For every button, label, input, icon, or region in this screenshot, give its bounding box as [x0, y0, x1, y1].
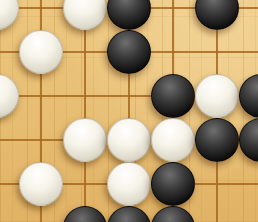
black-stone[interactable] [107, 206, 151, 222]
black-stone[interactable] [239, 74, 258, 118]
white-stone[interactable] [0, 0, 19, 30]
white-stone[interactable] [63, 0, 107, 30]
white-stone[interactable] [107, 162, 151, 206]
black-stone[interactable] [151, 74, 195, 118]
white-stone[interactable] [63, 118, 107, 162]
go-board[interactable] [0, 0, 258, 222]
stones-layer [0, 0, 258, 222]
black-stone[interactable] [239, 118, 258, 162]
black-stone[interactable] [63, 206, 107, 222]
black-stone[interactable] [107, 30, 151, 74]
black-stone[interactable] [107, 0, 151, 30]
white-stone[interactable] [151, 118, 195, 162]
white-stone[interactable] [19, 162, 63, 206]
white-stone[interactable] [0, 74, 19, 118]
white-stone[interactable] [19, 30, 63, 74]
black-stone[interactable] [151, 162, 195, 206]
black-stone[interactable] [195, 0, 239, 30]
white-stone[interactable] [107, 118, 151, 162]
black-stone[interactable] [195, 118, 239, 162]
white-stone[interactable] [195, 74, 239, 118]
black-stone[interactable] [151, 206, 195, 222]
